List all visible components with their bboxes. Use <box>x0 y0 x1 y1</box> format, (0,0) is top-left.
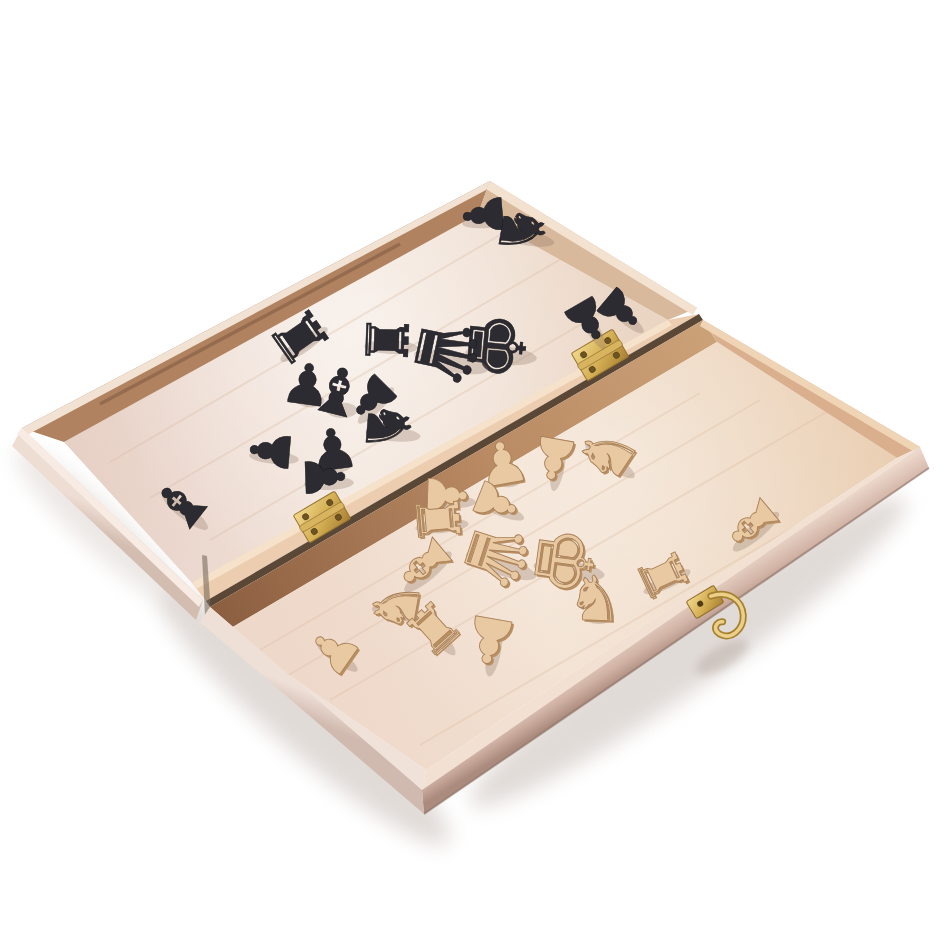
piece-glyph: ♞ <box>566 561 624 636</box>
black-pawn: ♟ <box>292 452 357 503</box>
white-knight: ♞♞ <box>566 561 626 638</box>
piece-glyph: ♟ <box>292 452 357 503</box>
piece-glyph: ♞ <box>351 397 425 457</box>
chess-box-scene: ♟♞♟♟♜♜♚♛♟♝♟♞♟♟♞♞♟♟♟♟♟♟♟♟♟♝♜♜♝♝♛♛♚♚♝♝♜♜♞♞… <box>0 0 950 931</box>
chess-set-photo: ♟♞♟♟♜♜♚♛♟♝♟♞♟♟♞♞♟♟♟♟♟♟♟♟♟♝♜♜♝♝♛♛♚♚♝♝♜♜♞♞… <box>0 0 950 931</box>
black-knight: ♞ <box>351 397 425 457</box>
